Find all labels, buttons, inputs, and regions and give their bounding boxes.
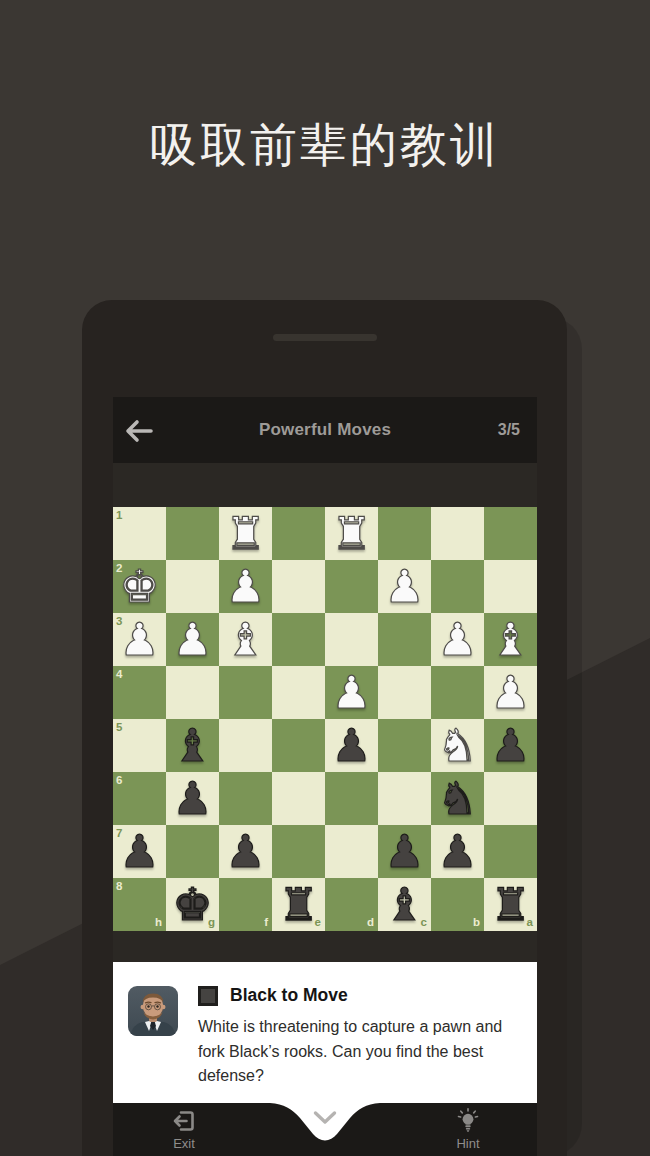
rank-label-5: 5 <box>116 722 122 734</box>
square-d8[interactable]: d <box>325 878 378 931</box>
piece-bP-h7[interactable]: ♟ <box>119 825 159 878</box>
square-h6[interactable]: 6 <box>113 772 166 825</box>
marketing-headline: 吸取前辈的教训 <box>0 114 650 177</box>
square-d4[interactable]: ♟ <box>325 666 378 719</box>
square-f7[interactable]: ♟ <box>219 825 272 878</box>
square-e8[interactable]: e♜ <box>272 878 325 931</box>
square-h1[interactable]: 1 <box>113 507 166 560</box>
rank-label-8: 8 <box>116 881 122 893</box>
square-d7[interactable] <box>325 825 378 878</box>
square-f8[interactable]: f <box>219 878 272 931</box>
square-b8[interactable]: b <box>431 878 484 931</box>
square-e7[interactable] <box>272 825 325 878</box>
square-d3[interactable] <box>325 613 378 666</box>
piece-wN-b5[interactable]: ♞ <box>437 719 477 772</box>
file-label-f: f <box>264 917 268 929</box>
square-d2[interactable] <box>325 560 378 613</box>
square-a4[interactable]: ♟ <box>484 666 537 719</box>
piece-wP-f2[interactable]: ♟ <box>225 560 265 613</box>
file-label-h: h <box>155 917 162 929</box>
piece-bR-e8[interactable]: ♜ <box>278 878 318 931</box>
square-e6[interactable] <box>272 772 325 825</box>
piece-wR-f1[interactable]: ♜ <box>225 507 265 560</box>
piece-bP-c7[interactable]: ♟ <box>384 825 424 878</box>
piece-bP-b7[interactable]: ♟ <box>437 825 477 878</box>
piece-bB-c8[interactable]: ♝ <box>384 878 424 931</box>
square-h7[interactable]: 7♟ <box>113 825 166 878</box>
piece-wK-h2[interactable]: ♚ <box>119 560 159 613</box>
square-c4[interactable] <box>378 666 431 719</box>
square-b2[interactable] <box>431 560 484 613</box>
prompt-content: Black to Move White is threatening to ca… <box>198 985 526 1089</box>
square-a6[interactable] <box>484 772 537 825</box>
piece-wP-d4[interactable]: ♟ <box>331 666 371 719</box>
square-b7[interactable]: ♟ <box>431 825 484 878</box>
hint-label: Hint <box>456 1136 479 1151</box>
square-d6[interactable] <box>325 772 378 825</box>
square-h8[interactable]: 8h <box>113 878 166 931</box>
square-a2[interactable] <box>484 560 537 613</box>
square-e2[interactable] <box>272 560 325 613</box>
piece-bK-g8[interactable]: ♚ <box>172 878 212 931</box>
square-a3[interactable]: ♝ <box>484 613 537 666</box>
square-b3[interactable]: ♟ <box>431 613 484 666</box>
exit-icon <box>171 1108 197 1134</box>
square-e5[interactable] <box>272 719 325 772</box>
square-e4[interactable] <box>272 666 325 719</box>
app-screen: Powerful Moves 3/5 1♜♜2♚♟♟3♟♟♝♟♝4♟♟5♝♟♞♟… <box>113 397 537 1156</box>
square-f2[interactable]: ♟ <box>219 560 272 613</box>
piece-bP-g6[interactable]: ♟ <box>172 772 212 825</box>
square-f3[interactable]: ♝ <box>219 613 272 666</box>
square-g7[interactable] <box>166 825 219 878</box>
square-g3[interactable]: ♟ <box>166 613 219 666</box>
square-c8[interactable]: c♝ <box>378 878 431 931</box>
rank-label-4: 4 <box>116 669 122 681</box>
hint-lightbulb-icon <box>455 1108 481 1134</box>
piece-bP-a5[interactable]: ♟ <box>490 719 530 772</box>
chess-board[interactable]: 1♜♜2♚♟♟3♟♟♝♟♝4♟♟5♝♟♞♟6♟♞7♟♟♟♟8hg♚fe♜dc♝b… <box>113 507 537 931</box>
exit-button[interactable]: Exit <box>152 1108 216 1151</box>
square-g8[interactable]: g♚ <box>166 878 219 931</box>
square-e1[interactable] <box>272 507 325 560</box>
piece-wB-a3[interactable]: ♝ <box>490 613 530 666</box>
square-c3[interactable] <box>378 613 431 666</box>
exit-label: Exit <box>173 1136 195 1151</box>
square-h3[interactable]: 3♟ <box>113 613 166 666</box>
square-a8[interactable]: a♜ <box>484 878 537 931</box>
hint-button[interactable]: Hint <box>436 1108 500 1151</box>
phone-speaker <box>273 334 377 341</box>
square-f4[interactable] <box>219 666 272 719</box>
file-label-d: d <box>367 917 374 929</box>
square-b5[interactable]: ♞ <box>431 719 484 772</box>
chevron-down-icon[interactable] <box>312 1109 338 1127</box>
square-h4[interactable]: 4 <box>113 666 166 719</box>
rank-label-1: 1 <box>116 510 122 522</box>
square-f6[interactable] <box>219 772 272 825</box>
app-header: Powerful Moves 3/5 <box>113 397 537 463</box>
piece-bP-d5[interactable]: ♟ <box>331 719 371 772</box>
prompt-text: White is threatening to capture a pawn a… <box>198 1015 520 1089</box>
square-e3[interactable] <box>272 613 325 666</box>
piece-bN-b6[interactable]: ♞ <box>437 772 477 825</box>
black-square-icon <box>198 986 218 1006</box>
piece-wP-h3[interactable]: ♟ <box>119 613 159 666</box>
square-d1[interactable]: ♜ <box>325 507 378 560</box>
prompt-panel: Black to Move White is threatening to ca… <box>113 962 537 1103</box>
square-c6[interactable] <box>378 772 431 825</box>
piece-wP-b3[interactable]: ♟ <box>437 613 477 666</box>
square-h2[interactable]: 2♚ <box>113 560 166 613</box>
square-g1[interactable] <box>166 507 219 560</box>
square-g4[interactable] <box>166 666 219 719</box>
coach-avatar <box>128 986 178 1036</box>
square-f1[interactable]: ♜ <box>219 507 272 560</box>
square-b4[interactable] <box>431 666 484 719</box>
square-a7[interactable] <box>484 825 537 878</box>
lesson-progress: 3/5 <box>498 397 520 463</box>
phone-mockup: Powerful Moves 3/5 1♜♜2♚♟♟3♟♟♝♟♝4♟♟5♝♟♞♟… <box>82 300 567 1156</box>
piece-bB-g5[interactable]: ♝ <box>172 719 212 772</box>
piece-wR-d1[interactable]: ♜ <box>331 507 371 560</box>
rank-label-6: 6 <box>116 775 122 787</box>
square-b6[interactable]: ♞ <box>431 772 484 825</box>
square-c7[interactable]: ♟ <box>378 825 431 878</box>
piece-bR-a8[interactable]: ♜ <box>490 878 530 931</box>
lesson-title: Powerful Moves <box>113 397 537 463</box>
square-b1[interactable] <box>431 507 484 560</box>
square-d5[interactable]: ♟ <box>325 719 378 772</box>
square-a1[interactable] <box>484 507 537 560</box>
square-h5[interactable]: 5 <box>113 719 166 772</box>
piece-wP-c2[interactable]: ♟ <box>384 560 424 613</box>
piece-wP-a4[interactable]: ♟ <box>490 666 530 719</box>
square-g5[interactable]: ♝ <box>166 719 219 772</box>
piece-wP-g3[interactable]: ♟ <box>172 613 212 666</box>
square-g2[interactable] <box>166 560 219 613</box>
square-c2[interactable]: ♟ <box>378 560 431 613</box>
prompt-title: Black to Move <box>230 985 348 1006</box>
square-c5[interactable] <box>378 719 431 772</box>
piece-bP-f7[interactable]: ♟ <box>225 825 265 878</box>
square-a5[interactable]: ♟ <box>484 719 537 772</box>
piece-wB-f3[interactable]: ♝ <box>225 613 265 666</box>
file-label-b: b <box>473 917 480 929</box>
square-c1[interactable] <box>378 507 431 560</box>
square-g6[interactable]: ♟ <box>166 772 219 825</box>
square-f5[interactable] <box>219 719 272 772</box>
